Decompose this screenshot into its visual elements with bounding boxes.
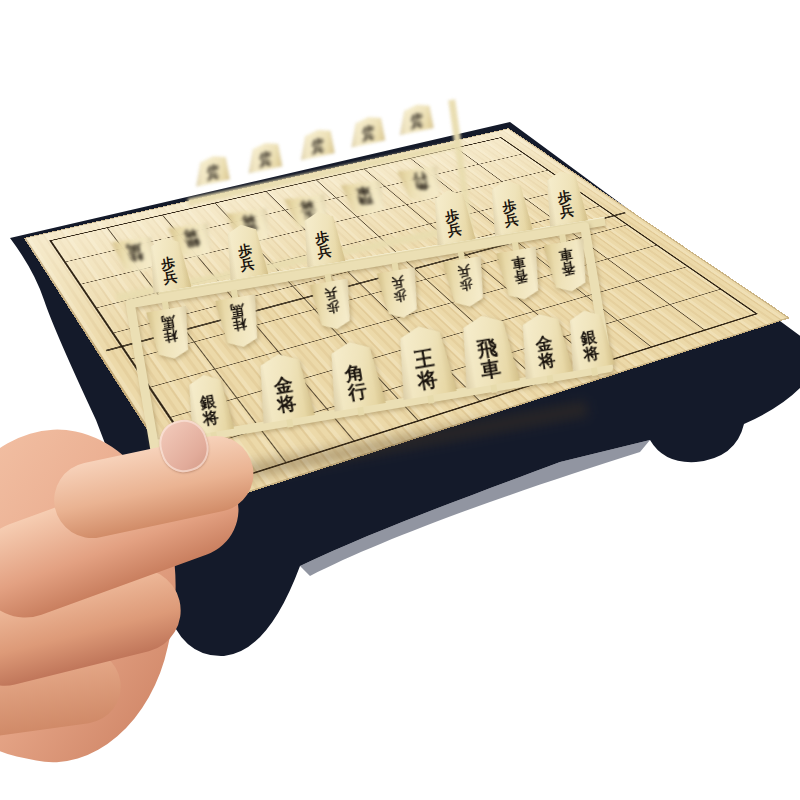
shogi-piece-knight: 桂馬 <box>145 306 195 362</box>
shogi-piece-pawn: 歩兵 <box>485 177 533 236</box>
shogi-piece-pawn: 歩兵 <box>376 267 423 321</box>
shogi-piece-pawn: 歩兵 <box>298 209 346 268</box>
shogi-piece-flat: 歩兵 <box>248 139 283 174</box>
shogi-piece-flat: 歩兵 <box>195 152 230 187</box>
shogi-piece-flat: 歩兵 <box>300 126 335 161</box>
shogi-piece-pawn: 歩兵 <box>442 256 489 310</box>
shogi-piece-silver: 銀将 <box>182 371 235 436</box>
shogi-piece-rook: 飛車 <box>454 311 521 389</box>
product-photo-shogi-set: { "game": "shogi", "scene": "Product pho… <box>0 0 800 800</box>
shogi-piece-knight: 桂馬 <box>214 294 264 350</box>
shogi-piece-pawn: 歩兵 <box>221 222 269 281</box>
shogi-piece-king: 王将 <box>391 322 458 400</box>
shogi-piece-bishop: 角行 <box>323 338 387 412</box>
shogi-piece-pawn: 歩兵 <box>541 168 589 227</box>
shogi-piece-silver: 銀将 <box>563 307 616 372</box>
shogi-piece-pawn: 歩兵 <box>428 187 476 246</box>
shogi-piece-gold: 金将 <box>252 350 316 424</box>
shogi-piece-flat: 歩兵 <box>399 101 434 136</box>
shogi-piece-lance: 香車 <box>495 247 545 303</box>
shogi-piece-pawn: 歩兵 <box>144 234 192 293</box>
shogi-piece-lance: 香車 <box>543 239 593 295</box>
shogi-piece-pawn: 歩兵 <box>309 278 356 332</box>
shogi-piece-flat: 歩兵 <box>351 113 386 148</box>
